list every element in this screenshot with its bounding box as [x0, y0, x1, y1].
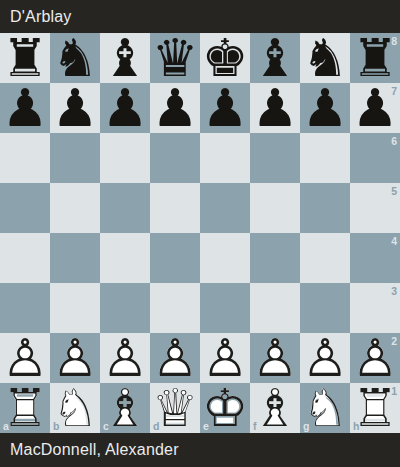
square-f7[interactable]: ♟	[250, 83, 300, 133]
square-h2[interactable]: 2♟♙	[350, 333, 400, 383]
piece-white-pawn[interactable]: ♟♙	[350, 333, 400, 383]
square-h1[interactable]: 1h♜♖	[350, 383, 400, 433]
white-pawn-outline-glyph: ♙	[0, 333, 50, 383]
square-c1[interactable]: c♝♗	[100, 383, 150, 433]
piece-white-bishop[interactable]: ♝♗	[100, 383, 150, 433]
chess-board: ♜♞♝♛♚♝♞8♜♟♟♟♟♟♟♟7♟6543♟♙♟♙♟♙♟♙♟♙♟♙♟♙2♟♙a…	[0, 33, 400, 433]
square-c7[interactable]: ♟	[100, 83, 150, 133]
square-h8[interactable]: 8♜	[350, 33, 400, 83]
square-b8[interactable]: ♞	[50, 33, 100, 83]
black-pawn-glyph: ♟	[200, 83, 250, 133]
coord-rank-4: 4	[391, 236, 397, 247]
square-b7[interactable]: ♟	[50, 83, 100, 133]
square-g7[interactable]: ♟	[300, 83, 350, 133]
square-e5[interactable]	[200, 183, 250, 233]
piece-black-pawn[interactable]: ♟	[200, 83, 250, 133]
black-pawn-glyph: ♟	[250, 83, 300, 133]
square-d8[interactable]: ♛	[150, 33, 200, 83]
piece-white-pawn[interactable]: ♟♙	[0, 333, 50, 383]
black-pawn-glyph: ♟	[50, 83, 100, 133]
piece-white-pawn[interactable]: ♟♙	[200, 333, 250, 383]
black-pawn-glyph: ♟	[150, 83, 200, 133]
square-a3[interactable]	[0, 283, 50, 333]
square-d3[interactable]	[150, 283, 200, 333]
square-g3[interactable]	[300, 283, 350, 333]
square-a4[interactable]	[0, 233, 50, 283]
piece-white-pawn[interactable]: ♟♙	[300, 333, 350, 383]
square-g8[interactable]: ♞	[300, 33, 350, 83]
piece-black-rook[interactable]: ♜	[350, 33, 400, 83]
piece-black-knight[interactable]: ♞	[300, 33, 350, 83]
black-pawn-glyph: ♟	[0, 83, 50, 133]
white-queen-outline-glyph: ♕	[150, 383, 200, 433]
square-f4[interactable]	[250, 233, 300, 283]
piece-black-pawn[interactable]: ♟	[350, 83, 400, 133]
square-f3[interactable]	[250, 283, 300, 333]
square-b1[interactable]: b♞♘	[50, 383, 100, 433]
square-h3[interactable]: 3	[350, 283, 400, 333]
piece-black-rook[interactable]: ♜	[0, 33, 50, 83]
piece-white-pawn[interactable]: ♟♙	[150, 333, 200, 383]
piece-white-rook[interactable]: ♜♖	[0, 383, 50, 433]
white-knight-outline-glyph: ♘	[300, 383, 350, 433]
square-b6[interactable]	[50, 133, 100, 183]
square-f6[interactable]	[250, 133, 300, 183]
piece-white-pawn[interactable]: ♟♙	[50, 333, 100, 383]
square-d6[interactable]	[150, 133, 200, 183]
square-f2[interactable]: ♟♙	[250, 333, 300, 383]
white-pawn-outline-glyph: ♙	[100, 333, 150, 383]
piece-white-rook[interactable]: ♜♖	[350, 383, 400, 433]
square-h5[interactable]: 5	[350, 183, 400, 233]
coord-rank-5: 5	[391, 186, 397, 197]
white-rook-outline-glyph: ♖	[350, 383, 400, 433]
square-e3[interactable]	[200, 283, 250, 333]
black-rook-glyph: ♜	[350, 33, 400, 83]
white-pawn-outline-glyph: ♙	[250, 333, 300, 383]
white-pawn-outline-glyph: ♙	[300, 333, 350, 383]
square-a6[interactable]	[0, 133, 50, 183]
square-h6[interactable]: 6	[350, 133, 400, 183]
square-c3[interactable]	[100, 283, 150, 333]
white-pawn-outline-glyph: ♙	[150, 333, 200, 383]
black-pawn-glyph: ♟	[100, 83, 150, 133]
square-b4[interactable]	[50, 233, 100, 283]
square-c6[interactable]	[100, 133, 150, 183]
square-c4[interactable]	[100, 233, 150, 283]
square-a5[interactable]	[0, 183, 50, 233]
black-bishop-glyph: ♝	[100, 33, 150, 83]
piece-white-queen[interactable]: ♛♕	[150, 383, 200, 433]
square-h7[interactable]: 7♟	[350, 83, 400, 133]
player-top-name: D'Arblay	[10, 8, 72, 26]
piece-white-knight[interactable]: ♞♘	[300, 383, 350, 433]
piece-white-pawn[interactable]: ♟♙	[100, 333, 150, 383]
piece-black-pawn[interactable]: ♟	[0, 83, 50, 133]
white-king-outline-glyph: ♔	[200, 383, 250, 433]
white-rook-outline-glyph: ♖	[0, 383, 50, 433]
square-a8[interactable]: ♜	[0, 33, 50, 83]
square-d4[interactable]	[150, 233, 200, 283]
square-b2[interactable]: ♟♙	[50, 333, 100, 383]
square-b3[interactable]	[50, 283, 100, 333]
square-c5[interactable]	[100, 183, 150, 233]
square-h4[interactable]: 4	[350, 233, 400, 283]
square-e2[interactable]: ♟♙	[200, 333, 250, 383]
square-c2[interactable]: ♟♙	[100, 333, 150, 383]
square-e8[interactable]: ♚	[200, 33, 250, 83]
piece-black-pawn[interactable]: ♟	[50, 83, 100, 133]
white-pawn-outline-glyph: ♙	[350, 333, 400, 383]
black-knight-glyph: ♞	[300, 33, 350, 83]
black-king-glyph: ♚	[200, 33, 250, 83]
piece-white-knight[interactable]: ♞♘	[50, 383, 100, 433]
piece-black-pawn[interactable]: ♟	[100, 83, 150, 133]
piece-black-knight[interactable]: ♞	[50, 33, 100, 83]
white-bishop-outline-glyph: ♗	[250, 383, 300, 433]
square-d5[interactable]	[150, 183, 200, 233]
square-f1[interactable]: f♝♗	[250, 383, 300, 433]
piece-white-king[interactable]: ♚♔	[200, 383, 250, 433]
square-e4[interactable]	[200, 233, 250, 283]
black-rook-glyph: ♜	[0, 33, 50, 83]
black-pawn-glyph: ♟	[300, 83, 350, 133]
square-e1[interactable]: e♚♔	[200, 383, 250, 433]
square-d7[interactable]: ♟	[150, 83, 200, 133]
square-f5[interactable]	[250, 183, 300, 233]
player-bottom-bar: MacDonnell, Alexander	[0, 433, 400, 467]
square-g5[interactable]	[300, 183, 350, 233]
square-a7[interactable]: ♟	[0, 83, 50, 133]
black-pawn-glyph: ♟	[350, 83, 400, 133]
piece-black-pawn[interactable]: ♟	[150, 83, 200, 133]
white-pawn-outline-glyph: ♙	[50, 333, 100, 383]
white-bishop-outline-glyph: ♗	[100, 383, 150, 433]
black-bishop-glyph: ♝	[250, 33, 300, 83]
square-g1[interactable]: g♞♘	[300, 383, 350, 433]
piece-white-bishop[interactable]: ♝♗	[250, 383, 300, 433]
piece-black-king[interactable]: ♚	[200, 33, 250, 83]
piece-black-pawn[interactable]: ♟	[250, 83, 300, 133]
piece-black-bishop[interactable]: ♝	[100, 33, 150, 83]
square-d1[interactable]: d♛♕	[150, 383, 200, 433]
white-knight-outline-glyph: ♘	[50, 383, 100, 433]
square-c8[interactable]: ♝	[100, 33, 150, 83]
square-g6[interactable]	[300, 133, 350, 183]
square-f8[interactable]: ♝	[250, 33, 300, 83]
square-e6[interactable]	[200, 133, 250, 183]
player-bottom-name: MacDonnell, Alexander	[10, 441, 179, 459]
piece-black-pawn[interactable]: ♟	[300, 83, 350, 133]
black-knight-glyph: ♞	[50, 33, 100, 83]
square-a2[interactable]: ♟♙	[0, 333, 50, 383]
square-e7[interactable]: ♟	[200, 83, 250, 133]
square-b5[interactable]	[50, 183, 100, 233]
square-d2[interactable]: ♟♙	[150, 333, 200, 383]
piece-white-pawn[interactable]: ♟♙	[250, 333, 300, 383]
square-a1[interactable]: a♜♖	[0, 383, 50, 433]
piece-black-bishop[interactable]: ♝	[250, 33, 300, 83]
coord-rank-6: 6	[391, 136, 397, 147]
coord-rank-3: 3	[391, 286, 397, 297]
black-queen-glyph: ♛	[150, 33, 200, 83]
square-g2[interactable]: ♟♙	[300, 333, 350, 383]
square-g4[interactable]	[300, 233, 350, 283]
piece-black-queen[interactable]: ♛	[150, 33, 200, 83]
white-pawn-outline-glyph: ♙	[200, 333, 250, 383]
